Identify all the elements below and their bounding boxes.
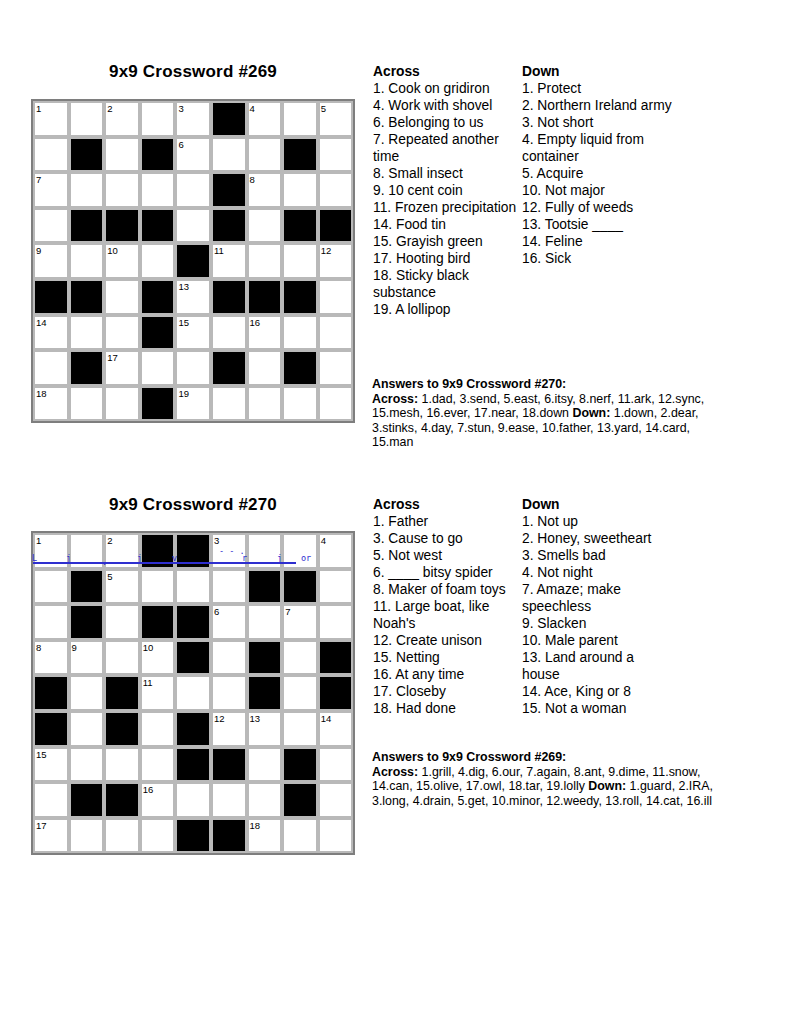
cell-r6c5[interactable]: 13: [175, 279, 211, 315]
cell-r8c6: [211, 350, 247, 386]
answers-down-label: Down:: [588, 779, 626, 793]
down-clue-list: 1. Not up2. Honey, sweetheart3. Smells b…: [522, 513, 672, 717]
cell-r6c4[interactable]: [140, 711, 176, 747]
clue-number: 19: [178, 388, 189, 399]
clue-number: 18: [36, 388, 47, 399]
clue-number: 12: [321, 245, 332, 256]
cell-r2c1[interactable]: [33, 137, 69, 173]
clue: 5. Not west: [373, 547, 525, 564]
clue: 15. Grayish green: [373, 233, 525, 250]
cell-r8c7[interactable]: [247, 782, 283, 818]
cell-r5c3[interactable]: 10: [104, 243, 140, 279]
clue-number: 2: [107, 535, 112, 546]
clue-number: 10: [143, 642, 154, 653]
clue: 15. Netting: [373, 649, 525, 666]
cell-r4c5: [175, 640, 211, 676]
cell-r9c5[interactable]: 19: [175, 386, 211, 422]
cell-r6c7[interactable]: 13: [247, 711, 283, 747]
cell-r4c3[interactable]: [104, 640, 140, 676]
cell-r1c1[interactable]: 1: [33, 101, 69, 137]
cell-r1c4: [140, 533, 176, 569]
clue-number: 15: [178, 317, 189, 328]
cell-r3c6[interactable]: 6: [211, 604, 247, 640]
clue-number: 3: [214, 535, 219, 546]
cell-r1c9[interactable]: 5: [318, 101, 354, 137]
cell-r2c3[interactable]: 5: [104, 569, 140, 605]
cell-r9c9[interactable]: [318, 818, 354, 854]
puzzle-title-269: 9x9 Crossword #269: [31, 62, 355, 82]
clue: 12. Fully of weeds: [522, 199, 694, 216]
clue-number: 11: [143, 677, 153, 688]
clue: 9. 10 cent coin: [373, 182, 525, 199]
cell-r1c4[interactable]: [140, 101, 176, 137]
clues-down-270: Down 1. Not up2. Honey, sweetheart3. Sme…: [522, 496, 672, 717]
cell-r2c2: [69, 569, 105, 605]
cell-r6c7: [247, 279, 283, 315]
clue: 11. Large boat, like Noah's: [373, 598, 525, 632]
clue: 11. Frozen precipitation: [373, 199, 525, 216]
clue: 1. Father: [373, 513, 525, 530]
clue-number: 2: [107, 103, 112, 114]
cell-r7c8: [282, 747, 318, 783]
cell-r1c7[interactable]: [247, 533, 283, 569]
clue-number: 8: [36, 642, 41, 653]
cell-r6c3: [104, 711, 140, 747]
answers-heading: Answers to 9x9 Crossword #269:: [372, 750, 717, 765]
cell-r2c9[interactable]: [318, 137, 354, 173]
cell-r7c1[interactable]: 15: [33, 747, 69, 783]
clue-number: 12: [214, 713, 225, 724]
cell-r2c6[interactable]: [211, 137, 247, 173]
cell-r5c8[interactable]: [282, 675, 318, 711]
clue: 1. Protect: [522, 80, 694, 97]
clue: 15. Not a woman: [522, 700, 672, 717]
clue: 12. Create unison: [373, 632, 525, 649]
cell-r8c1[interactable]: [33, 782, 69, 818]
cell-r3c9[interactable]: [318, 604, 354, 640]
clue: 17. Hooting bird: [373, 250, 525, 267]
cell-r3c2[interactable]: [69, 172, 105, 208]
cell-r6c1: [33, 279, 69, 315]
down-clue-list: 1. Protect2. Northern Ireland army3. Not…: [522, 80, 694, 267]
cell-r1c8[interactable]: [282, 101, 318, 137]
answers-block-269: Answers to 9x9 Crossword #269: Across: 1…: [372, 750, 717, 808]
clue-number: 17: [36, 820, 47, 831]
cell-r2c5[interactable]: [175, 569, 211, 605]
cell-r2c8: [282, 569, 318, 605]
clues-across-270: Across 1. Father3. Cause to go5. Not wes…: [373, 496, 525, 717]
cell-r9c4: [140, 386, 176, 422]
clue: 10. Male parent: [522, 632, 672, 649]
cell-r2c7: [247, 569, 283, 605]
cell-r5c4[interactable]: 11: [140, 675, 176, 711]
clue-number: 1: [36, 535, 41, 546]
cell-r9c6: [211, 818, 247, 854]
cell-r6c8[interactable]: [282, 711, 318, 747]
crossword-page: 9x9 Crossword #269 123456789101112131415…: [0, 0, 791, 1024]
cell-r4c8[interactable]: [282, 640, 318, 676]
cell-r4c6[interactable]: [211, 640, 247, 676]
cell-r7c2[interactable]: [69, 315, 105, 351]
clue-number: 16: [250, 317, 261, 328]
cell-r9c2[interactable]: [69, 386, 105, 422]
crossword-grid-270: 123456789101112131415161718: [31, 531, 355, 855]
cell-r1c6: [211, 101, 247, 137]
cell-r4c3: [104, 208, 140, 244]
clue-number: 5: [107, 571, 112, 582]
cell-r3c5: [175, 604, 211, 640]
cell-r3c3[interactable]: [104, 604, 140, 640]
cell-r1c2[interactable]: [69, 533, 105, 569]
cell-r6c9[interactable]: [318, 279, 354, 315]
cell-r4c4: [140, 208, 176, 244]
cell-r3c5[interactable]: [175, 172, 211, 208]
cell-r1c5[interactable]: 3: [175, 101, 211, 137]
cell-r4c2: [69, 208, 105, 244]
cell-r7c6: [211, 747, 247, 783]
cell-r8c3[interactable]: 17: [104, 350, 140, 386]
clue: 19. A lollipop: [373, 301, 525, 318]
clue: 9. Slacken: [522, 615, 672, 632]
cell-r3c8[interactable]: 7: [282, 604, 318, 640]
cell-r1c3[interactable]: 2: [104, 101, 140, 137]
clue-number: 13: [250, 713, 261, 724]
cell-r9c3[interactable]: [104, 386, 140, 422]
cell-r5c1: [33, 675, 69, 711]
cell-r3c8[interactable]: [282, 172, 318, 208]
clue: 7. Amaze; make speechless: [522, 581, 672, 615]
cell-r4c9: [318, 640, 354, 676]
cell-r1c8[interactable]: [282, 533, 318, 569]
cell-r1c9[interactable]: 4: [318, 533, 354, 569]
cell-r5c2[interactable]: [69, 243, 105, 279]
clue: 1. Not up: [522, 513, 672, 530]
clues-down-269: Down 1. Protect2. Northern Ireland army3…: [522, 63, 694, 267]
cell-r5c1[interactable]: 9: [33, 243, 69, 279]
answers-down-label: Down:: [572, 406, 610, 420]
clue: 4. Empty liquid from container: [522, 131, 694, 165]
cell-r1c7[interactable]: 4: [247, 101, 283, 137]
clue: 18. Had done: [373, 700, 525, 717]
cell-r8c8: [282, 350, 318, 386]
clue: 3. Smells bad: [522, 547, 672, 564]
cell-r7c3[interactable]: [104, 747, 140, 783]
clue: 5. Acquire: [522, 165, 694, 182]
cell-r4c7: [247, 640, 283, 676]
clue-number: 18: [250, 820, 261, 831]
clue-number: 9: [36, 245, 41, 256]
answers-block-270: Answers to 9x9 Crossword #270: Across: 1…: [372, 377, 717, 450]
clue: 2. Honey, sweetheart: [522, 530, 672, 547]
cell-r4c4[interactable]: 10: [140, 640, 176, 676]
cell-r3c9[interactable]: [318, 172, 354, 208]
puzzle-title-270: 9x9 Crossword #270: [31, 495, 355, 515]
cell-r6c5: [175, 711, 211, 747]
cell-r7c4[interactable]: [140, 747, 176, 783]
answers-across-label: Across:: [372, 765, 418, 779]
cell-r6c1: [33, 711, 69, 747]
cell-r9c7[interactable]: 18: [247, 818, 283, 854]
clue-number: 15: [36, 749, 47, 760]
cell-r1c5: [175, 533, 211, 569]
cell-r9c7[interactable]: [247, 386, 283, 422]
cell-r8c2: [69, 782, 105, 818]
clue: 1. Cook on gridiron: [373, 80, 525, 97]
cell-r9c4[interactable]: [140, 818, 176, 854]
cell-r1c2[interactable]: [69, 101, 105, 137]
cell-r7c2[interactable]: [69, 747, 105, 783]
cell-r3c4: [140, 604, 176, 640]
clue-number: 10: [107, 245, 118, 256]
cell-r5c5: [175, 243, 211, 279]
cell-r9c1[interactable]: 17: [33, 818, 69, 854]
answers-text: Across: 1.dad, 3.send, 5.east, 6.itsy, 8…: [372, 392, 717, 450]
clue: 14. Food tin: [373, 216, 525, 233]
clue-number: 7: [36, 174, 41, 185]
cell-r2c1[interactable]: [33, 569, 69, 605]
clue-number: 6: [178, 139, 183, 150]
cell-r8c1[interactable]: [33, 350, 69, 386]
cell-r2c6[interactable]: [211, 569, 247, 605]
down-header: Down: [522, 496, 672, 513]
clue: 16. At any time: [373, 666, 525, 683]
cell-r8c8: [282, 782, 318, 818]
cell-r9c8[interactable]: [282, 386, 318, 422]
cell-r5c9[interactable]: 12: [318, 243, 354, 279]
across-clue-list: 1. Cook on gridiron4. Work with shovel6.…: [373, 80, 525, 318]
clue-number: 4: [250, 103, 255, 114]
cell-r8c6[interactable]: [211, 782, 247, 818]
answers-across-label: Across:: [372, 392, 418, 406]
clue: 3. Not short: [522, 114, 694, 131]
cell-r5c6[interactable]: [211, 675, 247, 711]
cell-r1c3[interactable]: 2: [104, 533, 140, 569]
clue: 2. Northern Ireland army: [522, 97, 694, 114]
cell-r8c5[interactable]: [175, 350, 211, 386]
clue: 8. Maker of foam toys: [373, 581, 525, 598]
cell-r7c3[interactable]: [104, 315, 140, 351]
clue: 8. Small insect: [373, 165, 525, 182]
cell-r9c3[interactable]: [104, 818, 140, 854]
cell-r2c9[interactable]: [318, 569, 354, 605]
cell-r2c4[interactable]: [140, 569, 176, 605]
cell-r5c2[interactable]: [69, 675, 105, 711]
cell-r7c4: [140, 315, 176, 351]
clue-number: 7: [285, 606, 290, 617]
clue-number: 8: [250, 174, 255, 185]
cell-r8c4[interactable]: [140, 350, 176, 386]
cell-r6c8: [282, 279, 318, 315]
cell-r4c2[interactable]: 9: [69, 640, 105, 676]
cell-r8c3: [104, 782, 140, 818]
cell-r3c7[interactable]: 8: [247, 172, 283, 208]
cell-r4c1[interactable]: 8: [33, 640, 69, 676]
cell-r7c7[interactable]: [247, 747, 283, 783]
cell-r3c1[interactable]: [33, 604, 69, 640]
cell-r3c4[interactable]: [140, 172, 176, 208]
cell-r1c1[interactable]: 1: [33, 533, 69, 569]
clue-number: 14: [36, 317, 47, 328]
cell-r5c4[interactable]: [140, 243, 176, 279]
cell-r2c8: [282, 137, 318, 173]
cell-r3c7[interactable]: [247, 604, 283, 640]
cell-r9c2[interactable]: [69, 818, 105, 854]
clue: 4. Not night: [522, 564, 672, 581]
cell-r6c6[interactable]: 12: [211, 711, 247, 747]
clue: 4. Work with shovel: [373, 97, 525, 114]
cell-r5c3: [104, 675, 140, 711]
clue: 17. Closeby: [373, 683, 525, 700]
clue: 14. Ace, King or 8: [522, 683, 672, 700]
cell-r5c9: [318, 675, 354, 711]
cell-r2c5[interactable]: 6: [175, 137, 211, 173]
cell-r6c2[interactable]: [69, 711, 105, 747]
down-header: Down: [522, 63, 694, 80]
clue: 10. Not major: [522, 182, 694, 199]
clue-number: 17: [107, 352, 118, 363]
cell-r9c5: [175, 818, 211, 854]
clue-number: 16: [143, 784, 154, 795]
cell-r6c4: [140, 279, 176, 315]
clue-number: 11: [214, 245, 224, 256]
cell-r5c5[interactable]: [175, 675, 211, 711]
cell-r3c2: [69, 604, 105, 640]
cell-r4c8: [282, 208, 318, 244]
cell-r5c6[interactable]: 11: [211, 243, 247, 279]
cell-r8c5[interactable]: [175, 782, 211, 818]
clue-number: 1: [36, 103, 41, 114]
cell-r4c9: [318, 208, 354, 244]
cell-r3c3[interactable]: [104, 172, 140, 208]
across-header: Across: [373, 63, 525, 80]
crossword-grid-269: 12345678910111213141516171819: [31, 99, 355, 423]
cell-r7c9[interactable]: [318, 747, 354, 783]
cell-r6c9[interactable]: 14: [318, 711, 354, 747]
clue-number: 6: [214, 606, 219, 617]
answers-heading: Answers to 9x9 Crossword #270:: [372, 377, 717, 392]
answers-text: Across: 1.grill, 4.dig, 6.our, 7.again, …: [372, 765, 717, 809]
clue: 7. Repeated another time: [373, 131, 525, 165]
cell-r8c9[interactable]: [318, 350, 354, 386]
cell-r7c6[interactable]: [211, 315, 247, 351]
cell-r5c8[interactable]: [282, 243, 318, 279]
clue-number: 9: [72, 642, 77, 653]
cell-r4c6: [211, 208, 247, 244]
clue-number: 13: [178, 281, 189, 292]
cell-r2c4: [140, 137, 176, 173]
clue: 14. Feline: [522, 233, 694, 250]
cell-r6c2: [69, 279, 105, 315]
cell-r9c6[interactable]: [211, 386, 247, 422]
clue: 13. Land around a house: [522, 649, 672, 683]
cell-r4c7[interactable]: [247, 208, 283, 244]
cell-r1c6[interactable]: 3: [211, 533, 247, 569]
clues-across-269: Across 1. Cook on gridiron4. Work with s…: [373, 63, 525, 318]
clue-number: 14: [321, 713, 332, 724]
clue: 13. Tootsie ____: [522, 216, 694, 233]
cell-r2c7[interactable]: [247, 137, 283, 173]
clue: 18. Sticky black substance: [373, 267, 525, 301]
clue: 6. ____ bitsy spider: [373, 564, 525, 581]
cell-r5c7: [247, 675, 283, 711]
clue-number: 5: [321, 103, 326, 114]
cell-r7c9[interactable]: [318, 315, 354, 351]
cell-r2c2: [69, 137, 105, 173]
cell-r9c9[interactable]: [318, 386, 354, 422]
clue: 3. Cause to go: [373, 530, 525, 547]
cell-r7c8[interactable]: [282, 315, 318, 351]
cell-r7c5: [175, 747, 211, 783]
cell-r3c6: [211, 172, 247, 208]
cell-r7c1[interactable]: 14: [33, 315, 69, 351]
cell-r4c5[interactable]: [175, 208, 211, 244]
cell-r8c4[interactable]: 16: [140, 782, 176, 818]
cell-r5c7[interactable]: [247, 243, 283, 279]
clue: 6. Belonging to us: [373, 114, 525, 131]
cell-r6c6: [211, 279, 247, 315]
across-clue-list: 1. Father3. Cause to go5. Not west6. ___…: [373, 513, 525, 717]
cell-r8c2: [69, 350, 105, 386]
clue-number: 4: [321, 535, 326, 546]
cell-r3c1[interactable]: 7: [33, 172, 69, 208]
cell-r9c1[interactable]: 18: [33, 386, 69, 422]
cell-r7c5[interactable]: 15: [175, 315, 211, 351]
cell-r9c8[interactable]: [282, 818, 318, 854]
across-header: Across: [373, 496, 525, 513]
clue: 16. Sick: [522, 250, 694, 267]
clue-number: 3: [178, 103, 183, 114]
cell-r7c7[interactable]: 16: [247, 315, 283, 351]
cell-r6c3[interactable]: [104, 279, 140, 315]
cell-r2c3[interactable]: [104, 137, 140, 173]
cell-r8c9[interactable]: [318, 782, 354, 818]
cell-r4c1[interactable]: [33, 208, 69, 244]
cell-r8c7[interactable]: [247, 350, 283, 386]
